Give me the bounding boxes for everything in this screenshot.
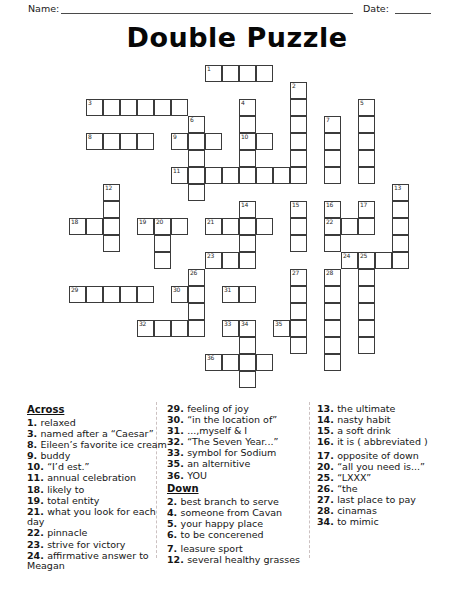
cell-r2c17[interactable]: 5 (358, 99, 375, 116)
cell-r9c2[interactable] (103, 218, 120, 235)
clue-24: 24. affirmative answer to Meagan (27, 551, 167, 572)
clue-number-3: 3 (88, 100, 92, 107)
cell-r5c15[interactable] (324, 150, 341, 167)
cell-r4c6[interactable]: 9 (171, 133, 188, 150)
clue-number-12: 12 (105, 185, 112, 192)
cell-r8c15[interactable]: 16 (324, 201, 341, 218)
clue-3: 3. named after a “Caesar” (27, 429, 167, 440)
clue-30: 30. “in the location of” (167, 415, 309, 426)
clue-10: 10. “I’d est.” (27, 462, 167, 473)
cell-r8c13[interactable]: 15 (290, 201, 307, 218)
cell-r15c5[interactable] (154, 320, 171, 337)
clue-column-3: 13. the ultimate14. nasty habit15. a sof… (317, 404, 471, 529)
clue-number-33: 33 (224, 321, 231, 328)
clue-33: 33. symbol for Sodium (167, 448, 309, 459)
clue-number-35: 35 (275, 321, 282, 328)
crossword-grid[interactable]: 1234567891011121314151617181920212223242… (69, 65, 409, 388)
cell-r0c10[interactable] (239, 65, 256, 82)
name-fill-in-line[interactable] (61, 1, 353, 14)
cell-r6c11[interactable] (256, 167, 273, 184)
cell-r8c10[interactable]: 14 (239, 201, 256, 218)
clue-number-24: 24 (343, 253, 350, 260)
cell-r9c10[interactable] (239, 218, 256, 235)
name-label: Name: (28, 3, 59, 14)
cell-r12c15[interactable]: 28 (324, 269, 341, 286)
cell-r16c17[interactable] (358, 337, 375, 354)
clue-4: 4. someone from Cavan (167, 508, 309, 519)
cell-r9c13[interactable] (290, 218, 307, 235)
clue-number-5: 5 (360, 100, 364, 107)
clue-number-34: 34 (241, 321, 248, 328)
cell-r13c13[interactable] (290, 286, 307, 303)
clue-number-36: 36 (207, 355, 214, 362)
cell-r13c7[interactable] (188, 286, 205, 303)
cell-r15c6[interactable] (171, 320, 188, 337)
cell-r11c10[interactable] (239, 252, 256, 269)
clue-31: 31. ...,myself & I (167, 426, 309, 437)
clue-number-10: 10 (241, 134, 248, 141)
cell-r0c11[interactable] (256, 65, 273, 82)
cell-r6c12[interactable] (273, 167, 290, 184)
cell-r11c18[interactable] (375, 252, 392, 269)
cell-r17c11[interactable] (256, 354, 273, 371)
cell-r13c15[interactable] (324, 286, 341, 303)
clue-11: 11. annual celebration (27, 473, 167, 484)
cell-r9c8[interactable]: 21 (205, 218, 222, 235)
cell-r3c7[interactable]: 6 (188, 116, 205, 133)
cell-r12c13[interactable]: 27 (290, 269, 307, 286)
clue-number-19: 19 (139, 219, 146, 226)
cell-r15c7[interactable] (188, 320, 205, 337)
clue-number-6: 6 (190, 117, 194, 124)
cell-r2c2[interactable] (103, 99, 120, 116)
clue-21: 21. what you look for each day (27, 507, 167, 528)
clue-number-1: 1 (207, 66, 211, 73)
clue-35: 35. an alternitive (167, 459, 309, 470)
clue-number-13: 13 (394, 185, 401, 192)
clue-number-14: 14 (241, 202, 248, 209)
cell-r5c7[interactable] (188, 150, 205, 167)
cell-r6c8[interactable] (205, 167, 222, 184)
cell-r2c3[interactable] (120, 99, 137, 116)
cell-r4c17[interactable] (358, 133, 375, 150)
clue-number-16: 16 (326, 202, 333, 209)
clue-number-25: 25 (360, 253, 367, 260)
cell-r14c15[interactable] (324, 303, 341, 320)
cell-r6c13[interactable] (290, 167, 307, 184)
clue-14: 14. nasty habit (317, 415, 471, 426)
clue-28: 28. cinamas (317, 506, 471, 517)
cell-r3c13[interactable] (290, 116, 307, 133)
cell-r5c10[interactable] (239, 150, 256, 167)
cell-r9c6[interactable] (171, 218, 188, 235)
clue-32: 32. “The Seven Year...” (167, 437, 309, 448)
clue-12: 12. several healthy grasses (167, 555, 309, 566)
clue-number-27: 27 (292, 270, 299, 277)
cell-r15c9[interactable]: 33 (222, 320, 239, 337)
cell-r16c13[interactable] (290, 337, 307, 354)
cell-r15c4[interactable]: 32 (137, 320, 154, 337)
clue-number-21: 21 (207, 219, 214, 226)
cell-r7c2[interactable]: 12 (103, 184, 120, 201)
cell-r14c7[interactable] (188, 303, 205, 320)
cell-r10c13[interactable] (290, 235, 307, 252)
worksheet-page: Name: Date: Double Puzzle 12345678910111… (0, 0, 474, 613)
cell-r15c17[interactable] (358, 320, 375, 337)
cell-r12c7[interactable]: 26 (188, 269, 205, 286)
clue-20: 20. “all you need is...” (317, 462, 471, 473)
cell-r14c17[interactable] (358, 303, 375, 320)
cell-r6c15[interactable] (324, 167, 341, 184)
cell-r13c2[interactable] (103, 286, 120, 303)
cell-r10c5[interactable] (154, 235, 171, 252)
cell-r14c13[interactable] (290, 303, 307, 320)
clue-6: 6. to be concerened (167, 530, 309, 541)
cell-r9c19[interactable] (392, 218, 409, 235)
cell-r10c15[interactable] (324, 235, 341, 252)
cell-r9c9[interactable] (222, 218, 239, 235)
clue-number-17: 17 (360, 202, 367, 209)
cell-r3c15[interactable]: 7 (324, 116, 341, 133)
clue-number-7: 7 (326, 117, 330, 124)
cell-r6c6[interactable]: 11 (171, 167, 188, 184)
cell-r16c15[interactable] (324, 337, 341, 354)
date-label: Date: (363, 3, 389, 14)
cell-r6c9[interactable] (222, 167, 239, 184)
clue-16: 16. it is ( abbreviated ) (317, 437, 471, 448)
cell-r4c1[interactable]: 8 (86, 133, 103, 150)
cell-r16c10[interactable] (239, 337, 256, 354)
cell-r12c17[interactable] (358, 269, 375, 286)
cell-r4c3[interactable] (120, 133, 137, 150)
clue-1: 1. relaxed (27, 418, 167, 429)
clue-number-32: 32 (139, 321, 146, 328)
clue-9: 9. buddy (27, 451, 167, 462)
clue-19: 19. total entity (27, 496, 167, 507)
clue-column-1: Across1. relaxed3. named after a “Caesar… (27, 404, 167, 572)
clue-number-2: 2 (292, 83, 296, 90)
clue-column-2: 29. feeling of joy30. “in the location o… (167, 404, 309, 566)
cell-r5c17[interactable] (358, 150, 375, 167)
cell-r8c19[interactable] (392, 201, 409, 218)
cell-r17c10[interactable] (239, 354, 256, 371)
cell-r9c11[interactable] (256, 218, 273, 235)
cell-r6c10[interactable] (239, 167, 256, 184)
cell-r13c6[interactable]: 30 (171, 286, 188, 303)
clue-number-11: 11 (173, 168, 180, 175)
cell-r17c9[interactable] (222, 354, 239, 371)
date-fill-in-line[interactable] (395, 1, 431, 14)
clue-number-31: 31 (224, 287, 231, 294)
cell-r15c10[interactable]: 34 (239, 320, 256, 337)
clue-22: 22. pinnacle (27, 528, 167, 539)
clue-number-29: 29 (71, 287, 78, 294)
cell-r11c5[interactable] (154, 252, 171, 269)
cell-r15c15[interactable] (324, 320, 341, 337)
cell-r10c10[interactable] (239, 235, 256, 252)
cell-r13c4[interactable] (137, 286, 154, 303)
across-header: Across (27, 404, 167, 415)
cell-r9c17[interactable] (358, 218, 375, 235)
clue-8: 8. Eileen’s favorite ice cream (27, 440, 167, 451)
cell-r11c8[interactable]: 23 (205, 252, 222, 269)
cell-r10c2[interactable] (103, 235, 120, 252)
cell-r17c8[interactable]: 36 (205, 354, 222, 371)
cell-r15c13[interactable] (290, 320, 307, 337)
cell-r4c10[interactable]: 10 (239, 133, 256, 150)
cell-r0c8[interactable]: 1 (205, 65, 222, 82)
cell-r4c7[interactable] (188, 133, 205, 150)
cell-r1c13[interactable]: 2 (290, 82, 307, 99)
clue-26: 26. “the (317, 484, 471, 495)
cell-r15c12[interactable]: 35 (273, 320, 290, 337)
column-separator (309, 402, 310, 558)
cell-r13c9[interactable]: 31 (222, 286, 239, 303)
cell-r2c6[interactable] (171, 99, 188, 116)
cell-r4c8[interactable] (205, 133, 222, 150)
clue-7: 7. leasure sport (167, 544, 309, 555)
cell-r4c15[interactable] (324, 133, 341, 150)
cell-r11c19[interactable] (392, 252, 409, 269)
cell-r7c19[interactable]: 13 (392, 184, 409, 201)
cell-r9c0[interactable]: 18 (69, 218, 86, 235)
clue-number-9: 9 (173, 134, 177, 141)
cell-r9c5[interactable]: 20 (154, 218, 171, 235)
cell-r4c4[interactable] (137, 133, 154, 150)
cell-r13c17[interactable] (358, 286, 375, 303)
down-header: Down (167, 483, 309, 494)
cell-r2c5[interactable] (154, 99, 171, 116)
cell-r11c9[interactable] (222, 252, 239, 269)
clue-2: 2. best branch to serve (167, 497, 309, 508)
cell-r2c1[interactable]: 3 (86, 99, 103, 116)
cell-r17c15[interactable] (324, 354, 341, 371)
cell-r2c13[interactable] (290, 99, 307, 116)
cell-r8c2[interactable] (103, 201, 120, 218)
clue-number-20: 20 (156, 219, 163, 226)
cell-r11c16[interactable]: 24 (341, 252, 358, 269)
clue-number-8: 8 (88, 134, 92, 141)
clue-29: 29. feeling of joy (167, 404, 309, 415)
cell-r3c10[interactable] (239, 116, 256, 133)
cell-r11c17[interactable]: 25 (358, 252, 375, 269)
cell-r13c10[interactable] (239, 286, 256, 303)
clue-number-28: 28 (326, 270, 333, 277)
clue-17: 17. opposite of down (317, 451, 471, 462)
clue-number-30: 30 (173, 287, 180, 294)
cell-r5c13[interactable] (290, 150, 307, 167)
clue-18: 18. likely to (27, 485, 167, 496)
cell-r10c19[interactable] (392, 235, 409, 252)
cell-r18c10[interactable] (239, 371, 256, 388)
clue-27: 27. last place to pay (317, 495, 471, 506)
clue-25: 25. “LXXX” (317, 473, 471, 484)
clue-number-18: 18 (71, 219, 78, 226)
cell-r9c16[interactable] (341, 218, 358, 235)
cell-r4c2[interactable] (103, 133, 120, 150)
cell-r9c15[interactable]: 22 (324, 218, 341, 235)
cell-r8c17[interactable]: 17 (358, 201, 375, 218)
clue-number-26: 26 (190, 270, 197, 277)
clue-13: 13. the ultimate (317, 404, 471, 415)
clue-number-23: 23 (207, 253, 214, 260)
cell-r7c7[interactable] (188, 184, 205, 201)
cell-r2c4[interactable] (137, 99, 154, 116)
cell-r0c9[interactable] (222, 65, 239, 82)
cell-r13c1[interactable] (86, 286, 103, 303)
cell-r9c4[interactable]: 19 (137, 218, 154, 235)
cell-r2c10[interactable]: 4 (239, 99, 256, 116)
clue-15: 15. a soft drink (317, 426, 471, 437)
clue-number-4: 4 (241, 100, 245, 107)
clue-number-22: 22 (326, 219, 333, 226)
cell-r6c17[interactable] (358, 167, 375, 184)
cell-r3c17[interactable] (358, 116, 375, 133)
clue-23: 23. strive for victory (27, 540, 167, 551)
cell-r6c7[interactable] (188, 167, 205, 184)
cell-r13c3[interactable] (120, 286, 137, 303)
clue-34: 34. to mimic (317, 517, 471, 528)
cell-r4c13[interactable] (290, 133, 307, 150)
clue-36: 36. YOU (167, 471, 309, 482)
cell-r13c0[interactable]: 29 (69, 286, 86, 303)
clue-5: 5. your happy place (167, 519, 309, 530)
page-title: Double Puzzle (0, 22, 474, 53)
clue-number-15: 15 (292, 202, 299, 209)
cell-r4c11[interactable] (256, 133, 273, 150)
cell-r9c1[interactable] (86, 218, 103, 235)
